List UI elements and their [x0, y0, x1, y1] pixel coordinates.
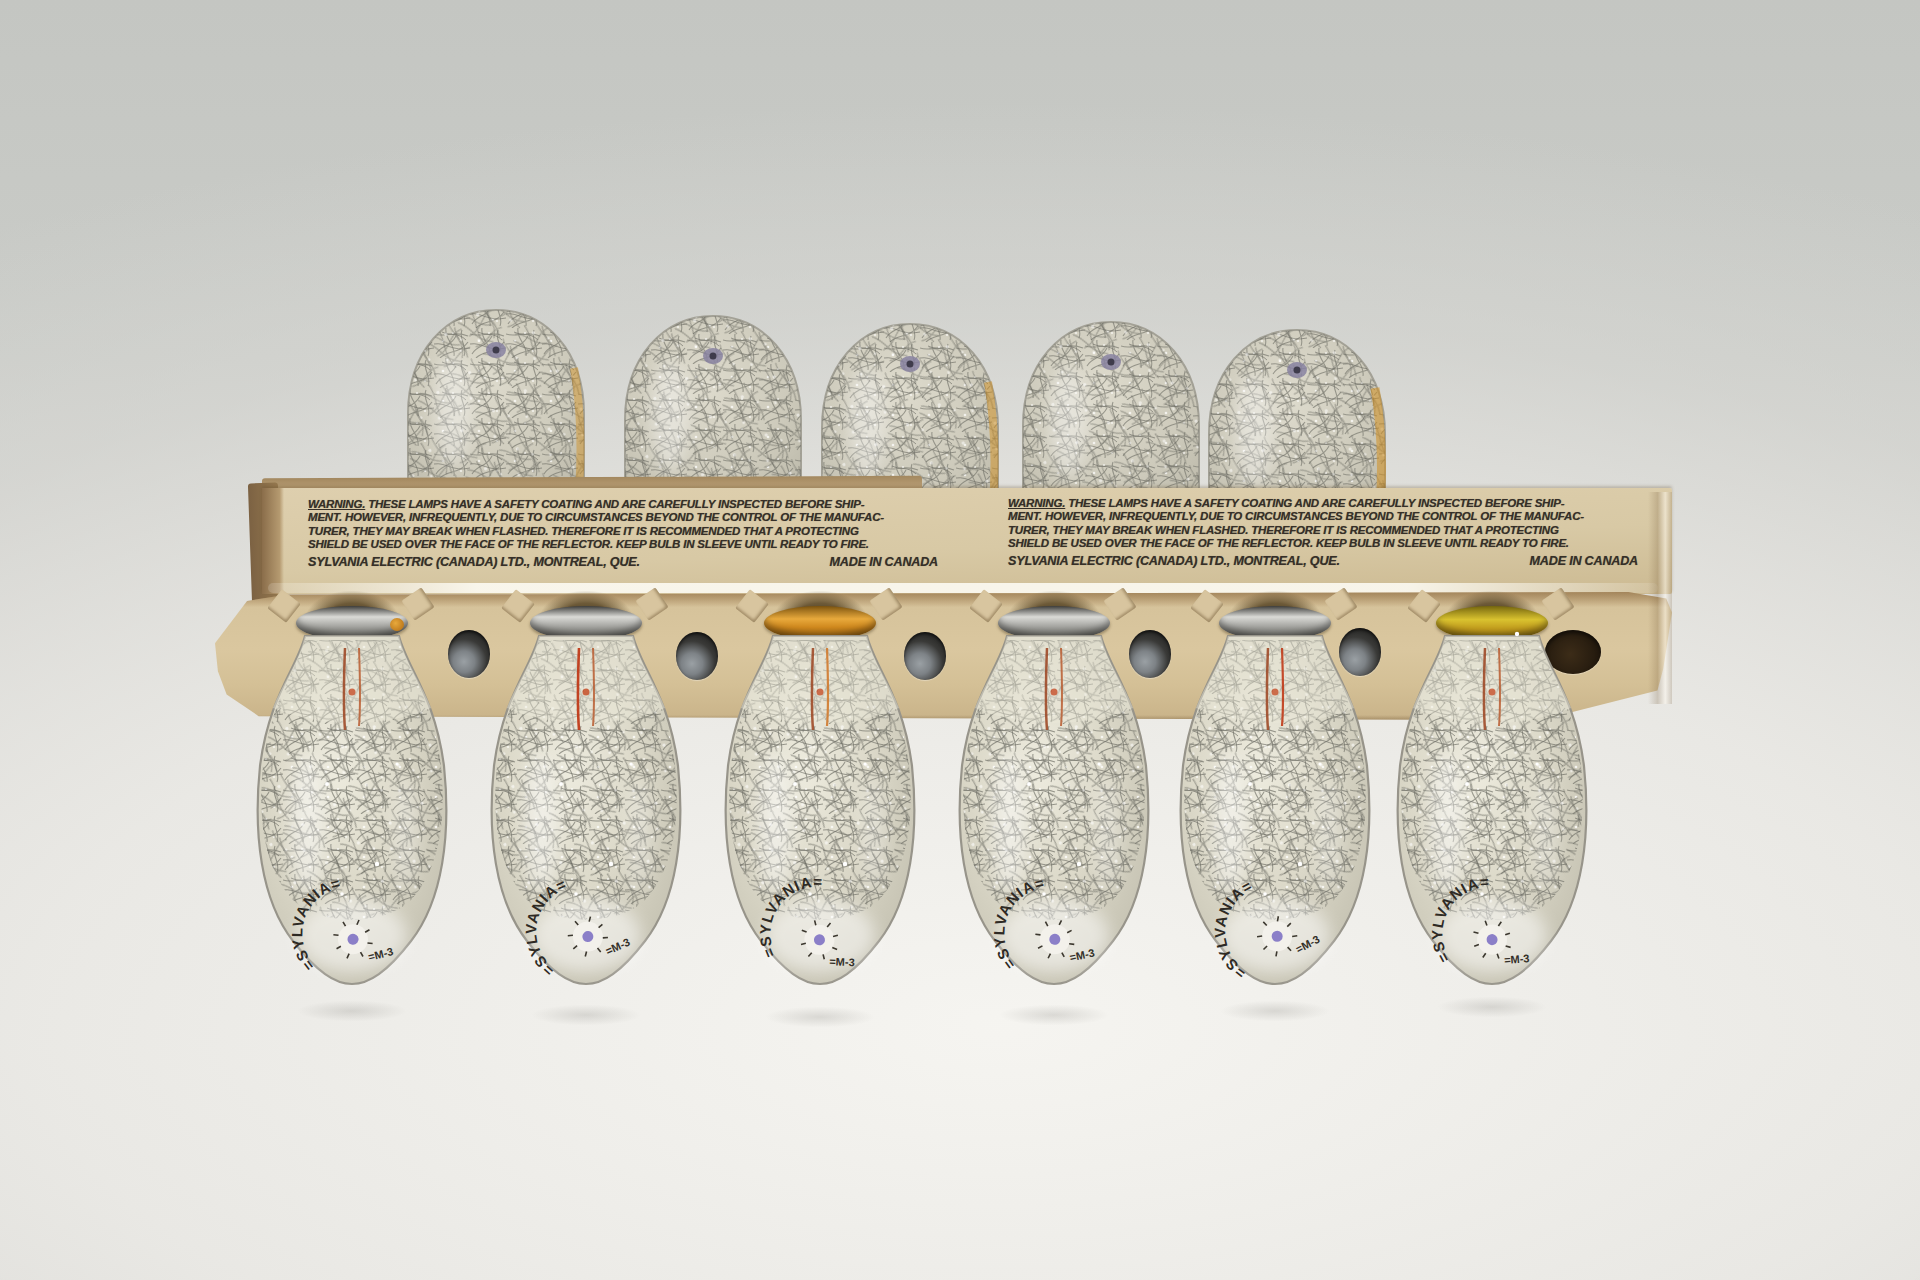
- maker-line: SYLVANIA ELECTRIC (CANADA) LTD., MONTREA…: [308, 556, 640, 569]
- warning-line-4: SHIELD BE USED OVER THE FACE OF THE REFL…: [308, 538, 960, 551]
- warning-text-block-right: WARNING. THESE LAMPS HAVE A SAFETY COATI…: [1008, 497, 1650, 568]
- filament-wire: [578, 648, 579, 730]
- filament-wire: [593, 648, 594, 726]
- bulb-shadow: [274, 996, 430, 1026]
- filament-wire: [1282, 648, 1283, 726]
- flashbulb-front: =SYLVANIA= =M-3: [1170, 634, 1380, 990]
- warning-text-block-left: WARNING. THESE LAMPS HAVE A SAFETY COATI…: [308, 498, 960, 569]
- maker-row: SYLVANIA ELECTRIC (CANADA) LTD., MONTREA…: [308, 556, 960, 569]
- primer-bead: [583, 689, 590, 696]
- filament-wire: [1267, 648, 1268, 730]
- filament-wire: [1484, 648, 1485, 730]
- warning-line-2: MENT. HOWEVER, INFREQUENTLY, DUE TO CIRC…: [308, 511, 960, 524]
- flashbulb-front: =SYLVANIA= =M-3: [1387, 634, 1597, 990]
- primer-bead: [1489, 689, 1496, 696]
- bulb-shadow: [508, 1000, 664, 1030]
- photo-of-flashbulb-sleeve: WARNING. THESE LAMPS HAVE A SAFETY COATI…: [0, 0, 1920, 1280]
- warning-line-2: MENT. HOWEVER, INFREQUENTLY, DUE TO CIRC…: [1008, 510, 1650, 523]
- model-text: =M-3: [829, 955, 855, 968]
- primer-bead: [1051, 689, 1058, 696]
- origin-line: MADE IN CANADA: [830, 556, 938, 569]
- filament-wire: [359, 648, 360, 726]
- primer-bead: [817, 689, 824, 696]
- warning-line-1: WARNING. THESE LAMPS HAVE A SAFETY COATI…: [1008, 497, 1650, 510]
- bulb-shadow: [976, 1000, 1132, 1030]
- bulb-shadow: [1414, 992, 1570, 1022]
- origin-line: MADE IN CANADA: [1530, 555, 1638, 568]
- bulb-shadow: [1197, 996, 1353, 1026]
- filament-wire: [1061, 648, 1062, 726]
- flashbulb-front: =SYLVANIA= =M-3: [247, 634, 457, 990]
- flashbulb-front: =SYLVANIA= =M-3: [949, 634, 1159, 990]
- filament-wire: [827, 648, 828, 726]
- flashbulb-front: =SYLVANIA= =M-3: [481, 634, 691, 990]
- warning-word: WARNING.: [1008, 497, 1065, 509]
- maker-line: SYLVANIA ELECTRIC (CANADA) LTD., MONTREA…: [1008, 555, 1340, 568]
- filament-wire: [812, 648, 813, 730]
- filament-wire: [1499, 648, 1500, 726]
- warning-word: WARNING.: [308, 498, 365, 510]
- filament-wire: [344, 648, 345, 730]
- flashbulb-front: =SYLVANIA= =M-3: [715, 634, 925, 990]
- sleeve-right-end-fold: [1648, 492, 1672, 704]
- warning-line-3: TURER, THEY MAY BREAK WHEN FLASHED. THER…: [1008, 524, 1650, 537]
- model-text: =M-3: [1504, 952, 1530, 966]
- maker-row: SYLVANIA ELECTRIC (CANADA) LTD., MONTREA…: [1008, 555, 1650, 568]
- filament-wire: [1046, 648, 1047, 730]
- warning-line-4: SHIELD BE USED OVER THE FACE OF THE REFL…: [1008, 537, 1650, 550]
- primer-bead: [1272, 689, 1279, 696]
- primer-bead: [349, 689, 356, 696]
- warning-line-1: WARNING. THESE LAMPS HAVE A SAFETY COATI…: [308, 498, 960, 511]
- warning-line-3: TURER, THEY MAY BREAK WHEN FLASHED. THER…: [308, 525, 960, 538]
- bulb-shadow: [742, 1002, 898, 1032]
